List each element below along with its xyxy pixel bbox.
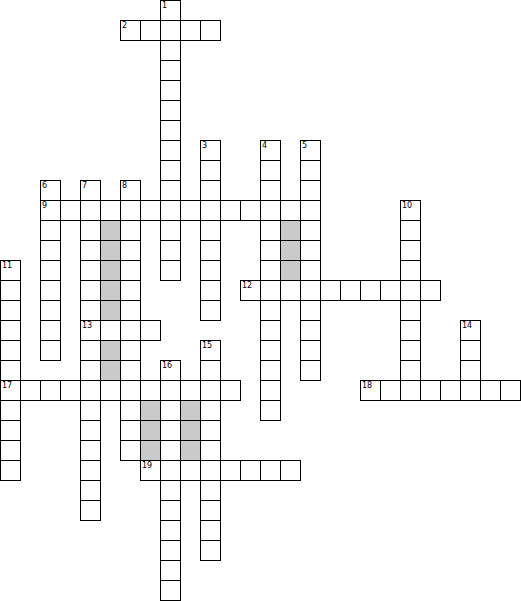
cell[interactable]	[360, 280, 381, 301]
cell[interactable]	[400, 260, 421, 281]
shaded-cell[interactable]	[140, 420, 161, 441]
cell[interactable]: 16	[160, 360, 181, 381]
cell[interactable]	[200, 360, 221, 381]
cell[interactable]: 10	[400, 200, 421, 221]
cell[interactable]	[160, 200, 181, 221]
cell[interactable]	[200, 420, 221, 441]
cell[interactable]	[260, 320, 281, 341]
cell[interactable]	[40, 260, 61, 281]
cell[interactable]	[120, 240, 141, 261]
clue-number: 19	[142, 461, 152, 470]
cell[interactable]	[80, 500, 101, 521]
cell[interactable]	[40, 300, 61, 321]
cell[interactable]	[120, 340, 141, 361]
cell[interactable]	[100, 320, 121, 341]
clue-number: 6	[42, 181, 47, 190]
cell[interactable]	[420, 280, 441, 301]
clue-number: 1	[162, 1, 167, 10]
cell[interactable]: 1	[160, 0, 181, 21]
cell[interactable]	[40, 280, 61, 301]
shaded-cell[interactable]	[100, 220, 121, 241]
shaded-cell[interactable]	[280, 240, 301, 261]
shaded-cell[interactable]	[180, 400, 201, 421]
cell[interactable]	[80, 340, 101, 361]
cell[interactable]	[200, 460, 221, 481]
cell[interactable]	[200, 540, 221, 561]
cell[interactable]: 8	[120, 180, 141, 201]
cell[interactable]	[260, 360, 281, 381]
clue-number: 9	[42, 201, 47, 210]
cell[interactable]	[80, 460, 101, 481]
cell[interactable]	[260, 180, 281, 201]
cell[interactable]	[260, 260, 281, 281]
cell[interactable]	[160, 540, 181, 561]
cell[interactable]	[200, 500, 221, 521]
cell[interactable]	[60, 380, 81, 401]
cell[interactable]	[40, 380, 61, 401]
cell[interactable]	[460, 340, 481, 361]
cell[interactable]	[400, 380, 421, 401]
cell[interactable]	[80, 220, 101, 241]
cell[interactable]	[80, 420, 101, 441]
cell[interactable]	[460, 380, 481, 401]
cell[interactable]	[220, 200, 241, 221]
shaded-cell[interactable]	[100, 360, 121, 381]
clue-number: 2	[122, 21, 127, 30]
cell[interactable]: 13	[80, 320, 101, 341]
cell[interactable]	[200, 240, 221, 261]
cell[interactable]	[160, 240, 181, 261]
cell[interactable]	[160, 180, 181, 201]
cell[interactable]	[260, 220, 281, 241]
cell[interactable]	[380, 280, 401, 301]
cell[interactable]	[80, 280, 101, 301]
cell[interactable]	[160, 560, 181, 581]
cell[interactable]	[280, 200, 301, 221]
cell[interactable]	[200, 280, 221, 301]
cell[interactable]	[80, 440, 101, 461]
cell[interactable]	[440, 380, 461, 401]
cell[interactable]	[100, 200, 121, 221]
clue-number: 15	[202, 341, 212, 350]
clue-number: 13	[82, 321, 92, 330]
cell[interactable]	[160, 40, 181, 61]
cell[interactable]: 5	[300, 140, 321, 161]
cell[interactable]	[260, 460, 281, 481]
cell[interactable]	[160, 520, 181, 541]
shaded-cell[interactable]	[180, 440, 201, 461]
cell[interactable]	[300, 280, 321, 301]
cell[interactable]	[160, 220, 181, 241]
cell[interactable]	[40, 340, 61, 361]
cell[interactable]	[240, 200, 261, 221]
cell[interactable]	[120, 320, 141, 341]
cell[interactable]	[300, 180, 321, 201]
cell[interactable]	[120, 420, 141, 441]
cell[interactable]: 9	[40, 200, 61, 221]
cell[interactable]	[300, 160, 321, 181]
cell[interactable]	[160, 140, 181, 161]
cell[interactable]	[100, 380, 121, 401]
cell[interactable]	[120, 260, 141, 281]
cell[interactable]	[80, 240, 101, 261]
clue-number: 12	[242, 281, 252, 290]
cell[interactable]	[200, 180, 221, 201]
cell[interactable]	[160, 400, 181, 421]
cell[interactable]	[80, 380, 101, 401]
cell[interactable]	[160, 20, 181, 41]
cell[interactable]	[200, 20, 221, 41]
cell[interactable]	[220, 380, 241, 401]
clue-number: 3	[202, 141, 207, 150]
cell[interactable]: 12	[240, 280, 261, 301]
cell[interactable]	[300, 240, 321, 261]
cell[interactable]	[60, 200, 81, 221]
cell[interactable]: 6	[40, 180, 61, 201]
cell[interactable]	[260, 280, 281, 301]
cell[interactable]	[80, 400, 101, 421]
cell[interactable]	[120, 360, 141, 381]
cell[interactable]	[180, 20, 201, 41]
clue-number: 5	[302, 141, 307, 150]
cell[interactable]: 19	[140, 460, 161, 481]
cell[interactable]	[380, 380, 401, 401]
cell[interactable]	[140, 200, 161, 221]
cell[interactable]	[160, 100, 181, 121]
shaded-cell[interactable]	[140, 400, 161, 421]
cell[interactable]	[300, 360, 321, 381]
cell[interactable]	[180, 200, 201, 221]
shaded-cell[interactable]	[280, 260, 301, 281]
cell[interactable]	[0, 320, 21, 341]
cell[interactable]	[500, 380, 521, 401]
cell[interactable]	[160, 80, 181, 101]
cell[interactable]	[200, 160, 221, 181]
cell[interactable]	[160, 500, 181, 521]
cell[interactable]	[0, 400, 21, 421]
cell[interactable]	[200, 520, 221, 541]
cell[interactable]	[480, 380, 501, 401]
cell[interactable]	[160, 160, 181, 181]
cell[interactable]	[280, 280, 301, 301]
cell[interactable]	[400, 280, 421, 301]
cell[interactable]	[180, 380, 201, 401]
cell[interactable]	[200, 300, 221, 321]
cell[interactable]	[0, 300, 21, 321]
cell[interactable]	[220, 460, 241, 481]
cell[interactable]: 14	[460, 320, 481, 341]
cell[interactable]	[300, 340, 321, 361]
cell[interactable]	[400, 240, 421, 261]
cell[interactable]: 7	[80, 180, 101, 201]
cell[interactable]	[200, 440, 221, 461]
cell[interactable]	[200, 200, 221, 221]
clue-number: 8	[122, 181, 127, 190]
shaded-cell[interactable]	[180, 420, 201, 441]
cell[interactable]	[40, 240, 61, 261]
cell[interactable]	[420, 380, 441, 401]
clue-number: 4	[262, 141, 267, 150]
shaded-cell[interactable]	[280, 220, 301, 241]
cell[interactable]	[260, 380, 281, 401]
cell[interactable]	[120, 400, 141, 421]
cell[interactable]	[40, 220, 61, 241]
cell[interactable]	[160, 460, 181, 481]
cell[interactable]	[200, 220, 221, 241]
shaded-cell[interactable]	[100, 340, 121, 361]
cell[interactable]	[40, 320, 61, 341]
cell[interactable]	[200, 260, 221, 281]
cell[interactable]	[120, 280, 141, 301]
cell[interactable]	[20, 380, 41, 401]
cell[interactable]	[160, 260, 181, 281]
cell[interactable]	[320, 280, 341, 301]
clue-number: 17	[2, 381, 12, 390]
cell[interactable]	[400, 320, 421, 341]
cell[interactable]: 2	[120, 20, 141, 41]
cell[interactable]	[80, 260, 101, 281]
cell[interactable]	[260, 160, 281, 181]
cell[interactable]	[160, 480, 181, 501]
clue-number: 16	[162, 361, 172, 370]
cell[interactable]	[160, 580, 181, 601]
cell[interactable]	[180, 460, 201, 481]
crossword-puzzle: 12345678910111213141516171819	[0, 0, 521, 601]
cell[interactable]	[260, 300, 281, 321]
cell[interactable]	[240, 460, 261, 481]
cell[interactable]: 3	[200, 140, 221, 161]
clue-number: 7	[82, 181, 87, 190]
cell[interactable]	[120, 200, 141, 221]
cell[interactable]	[200, 480, 221, 501]
cell[interactable]	[0, 280, 21, 301]
cell[interactable]	[340, 280, 361, 301]
cell[interactable]	[80, 360, 101, 381]
shaded-cell[interactable]	[100, 300, 121, 321]
cell[interactable]	[160, 60, 181, 81]
cell[interactable]	[400, 300, 421, 321]
shaded-cell[interactable]	[100, 280, 121, 301]
cell[interactable]	[400, 340, 421, 361]
cell[interactable]	[460, 360, 481, 381]
crossword-board: 12345678910111213141516171819	[0, 0, 520, 600]
cell[interactable]	[300, 220, 321, 241]
cell[interactable]	[0, 420, 21, 441]
cell[interactable]: 17	[0, 380, 21, 401]
cell[interactable]	[160, 440, 181, 461]
cell[interactable]	[120, 380, 141, 401]
cell[interactable]	[80, 480, 101, 501]
cell[interactable]: 15	[200, 340, 221, 361]
cell[interactable]	[80, 300, 101, 321]
clue-number: 10	[402, 201, 412, 210]
cell[interactable]	[260, 200, 281, 221]
cell[interactable]: 4	[260, 140, 281, 161]
cell[interactable]	[300, 320, 321, 341]
cell[interactable]	[0, 360, 21, 381]
cell[interactable]	[260, 400, 281, 421]
cell[interactable]	[300, 260, 321, 281]
cell[interactable]	[0, 460, 21, 481]
cell[interactable]	[200, 380, 221, 401]
cell[interactable]	[280, 460, 301, 481]
clue-number: 18	[362, 381, 372, 390]
cell[interactable]	[400, 220, 421, 241]
clue-number: 14	[462, 321, 472, 330]
shaded-cell[interactable]	[100, 240, 121, 261]
cell[interactable]	[160, 120, 181, 141]
cell[interactable]	[80, 200, 101, 221]
cell[interactable]	[0, 440, 21, 461]
shaded-cell[interactable]	[100, 260, 121, 281]
cell[interactable]	[300, 200, 321, 221]
cell[interactable]: 18	[360, 380, 381, 401]
cell[interactable]	[200, 400, 221, 421]
cell[interactable]	[400, 360, 421, 381]
cell[interactable]	[300, 300, 321, 321]
cell[interactable]	[120, 220, 141, 241]
shaded-cell[interactable]	[140, 440, 161, 461]
cell[interactable]	[120, 440, 141, 461]
cell[interactable]	[260, 340, 281, 361]
cell[interactable]	[140, 380, 161, 401]
cell[interactable]	[160, 420, 181, 441]
cell[interactable]	[260, 240, 281, 261]
cell[interactable]	[140, 20, 161, 41]
cell[interactable]	[140, 320, 161, 341]
cell[interactable]	[0, 340, 21, 361]
cell[interactable]	[160, 380, 181, 401]
cell[interactable]: 11	[0, 260, 21, 281]
clue-number: 11	[2, 261, 12, 270]
cell[interactable]	[120, 300, 141, 321]
